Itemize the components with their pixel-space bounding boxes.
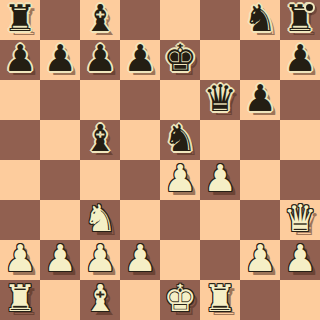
piece-black-pawn[interactable]: ♟ (83, 39, 116, 79)
square-b5[interactable] (40, 120, 80, 160)
square-e3[interactable] (160, 200, 200, 240)
square-f1[interactable]: ♜ (200, 280, 240, 320)
square-a6[interactable] (0, 80, 40, 120)
piece-white-pawn[interactable]: ♟ (163, 159, 196, 199)
piece-black-pawn[interactable]: ♟ (3, 39, 36, 79)
square-e5[interactable]: ♞ (160, 120, 200, 160)
piece-white-rook[interactable]: ♜ (3, 279, 36, 319)
square-h8[interactable]: ♜ (280, 0, 320, 40)
piece-white-queen[interactable]: ♛ (283, 199, 316, 239)
square-c5[interactable]: ♝ (80, 120, 120, 160)
piece-black-knight[interactable]: ♞ (163, 119, 196, 159)
square-b7[interactable]: ♟ (40, 40, 80, 80)
square-e1[interactable]: ♚ (160, 280, 200, 320)
square-c8[interactable]: ♝ (80, 0, 120, 40)
square-f5[interactable] (200, 120, 240, 160)
piece-white-knight[interactable]: ♞ (83, 199, 116, 239)
square-g3[interactable] (240, 200, 280, 240)
square-e8[interactable] (160, 0, 200, 40)
square-a1[interactable]: ♜ (0, 280, 40, 320)
piece-white-pawn[interactable]: ♟ (203, 159, 236, 199)
square-h6[interactable] (280, 80, 320, 120)
square-h1[interactable] (280, 280, 320, 320)
square-f6[interactable]: ♛ (200, 80, 240, 120)
piece-black-king[interactable]: ♚ (163, 39, 196, 79)
piece-white-bishop[interactable]: ♝ (83, 279, 116, 319)
square-c4[interactable] (80, 160, 120, 200)
square-g2[interactable]: ♟ (240, 240, 280, 280)
square-f8[interactable] (200, 0, 240, 40)
square-c2[interactable]: ♟ (80, 240, 120, 280)
square-b3[interactable] (40, 200, 80, 240)
piece-white-king[interactable]: ♚ (163, 279, 196, 319)
piece-black-pawn[interactable]: ♟ (243, 79, 276, 119)
square-f2[interactable] (200, 240, 240, 280)
square-a7[interactable]: ♟ (0, 40, 40, 80)
square-h4[interactable] (280, 160, 320, 200)
piece-black-bishop[interactable]: ♝ (83, 119, 116, 159)
square-a2[interactable]: ♟ (0, 240, 40, 280)
square-h5[interactable] (280, 120, 320, 160)
chess-board: ♜♝♞♜♟♟♟♟♚♟♛♟♝♞♟♟♞♛♟♟♟♟♟♟♜♝♚♜ (0, 0, 320, 320)
h8-marker-dot (304, 2, 315, 13)
square-h3[interactable]: ♛ (280, 200, 320, 240)
square-d8[interactable] (120, 0, 160, 40)
piece-black-pawn[interactable]: ♟ (283, 39, 316, 79)
square-g4[interactable] (240, 160, 280, 200)
square-e6[interactable] (160, 80, 200, 120)
square-a5[interactable] (0, 120, 40, 160)
square-g7[interactable] (240, 40, 280, 80)
piece-white-pawn[interactable]: ♟ (123, 239, 156, 279)
square-a8[interactable]: ♜ (0, 0, 40, 40)
piece-black-queen[interactable]: ♛ (203, 79, 236, 119)
piece-white-pawn[interactable]: ♟ (243, 239, 276, 279)
square-d5[interactable] (120, 120, 160, 160)
square-c1[interactable]: ♝ (80, 280, 120, 320)
square-d4[interactable] (120, 160, 160, 200)
piece-white-rook[interactable]: ♜ (203, 279, 236, 319)
square-e7[interactable]: ♚ (160, 40, 200, 80)
square-c7[interactable]: ♟ (80, 40, 120, 80)
square-f4[interactable]: ♟ (200, 160, 240, 200)
square-d2[interactable]: ♟ (120, 240, 160, 280)
square-a4[interactable] (0, 160, 40, 200)
square-b6[interactable] (40, 80, 80, 120)
square-f7[interactable] (200, 40, 240, 80)
piece-black-rook[interactable]: ♜ (3, 0, 36, 39)
square-h7[interactable]: ♟ (280, 40, 320, 80)
piece-white-pawn[interactable]: ♟ (3, 239, 36, 279)
square-d1[interactable] (120, 280, 160, 320)
piece-white-pawn[interactable]: ♟ (43, 239, 76, 279)
square-g8[interactable]: ♞ (240, 0, 280, 40)
square-c6[interactable] (80, 80, 120, 120)
piece-white-pawn[interactable]: ♟ (83, 239, 116, 279)
square-d7[interactable]: ♟ (120, 40, 160, 80)
square-g6[interactable]: ♟ (240, 80, 280, 120)
piece-white-pawn[interactable]: ♟ (283, 239, 316, 279)
piece-black-bishop[interactable]: ♝ (83, 0, 116, 39)
square-f3[interactable] (200, 200, 240, 240)
square-h2[interactable]: ♟ (280, 240, 320, 280)
piece-black-pawn[interactable]: ♟ (43, 39, 76, 79)
square-c3[interactable]: ♞ (80, 200, 120, 240)
square-e2[interactable] (160, 240, 200, 280)
square-b1[interactable] (40, 280, 80, 320)
piece-black-pawn[interactable]: ♟ (123, 39, 156, 79)
square-b8[interactable] (40, 0, 80, 40)
piece-black-knight[interactable]: ♞ (243, 0, 276, 39)
square-b4[interactable] (40, 160, 80, 200)
square-g5[interactable] (240, 120, 280, 160)
square-d6[interactable] (120, 80, 160, 120)
square-e4[interactable]: ♟ (160, 160, 200, 200)
square-b2[interactable]: ♟ (40, 240, 80, 280)
square-d3[interactable] (120, 200, 160, 240)
square-a3[interactable] (0, 200, 40, 240)
square-g1[interactable] (240, 280, 280, 320)
